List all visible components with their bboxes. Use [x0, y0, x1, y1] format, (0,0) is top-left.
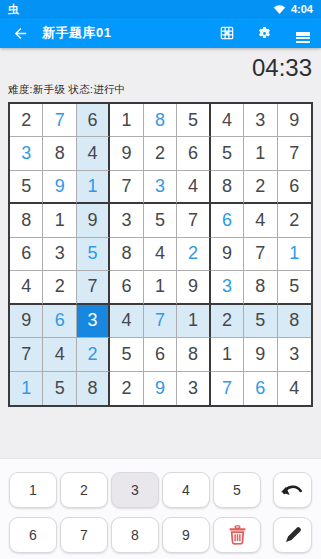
cell-r5c2[interactable]: 3 — [43, 238, 76, 271]
cell-r5c6[interactable]: 2 — [177, 238, 210, 271]
undo-icon — [280, 481, 305, 499]
notification-bug-icon: 虫 — [8, 2, 19, 17]
digit-button-3[interactable]: 3 — [111, 472, 159, 508]
cell-r8c9[interactable]: 3 — [278, 338, 311, 371]
cell-r4c1[interactable]: 8 — [10, 204, 43, 237]
cell-r2c5[interactable]: 2 — [144, 137, 177, 170]
cell-r4c2[interactable]: 1 — [43, 204, 76, 237]
pencil-mode-button[interactable] — [273, 517, 312, 553]
cell-r2c7[interactable]: 5 — [211, 137, 244, 170]
cell-r2c2[interactable]: 8 — [43, 137, 76, 170]
cell-r5c5[interactable]: 4 — [144, 238, 177, 271]
cell-r8c3[interactable]: 2 — [77, 338, 110, 371]
cell-r8c5[interactable]: 6 — [144, 338, 177, 371]
settings-gear-icon[interactable] — [256, 25, 273, 42]
cell-r4c8[interactable]: 4 — [244, 204, 277, 237]
cell-r5c1[interactable]: 6 — [10, 238, 43, 271]
digit-button-2[interactable]: 2 — [60, 472, 108, 508]
cell-r1c8[interactable]: 3 — [244, 104, 277, 137]
cell-r8c8[interactable]: 9 — [244, 338, 277, 371]
cell-r3c6[interactable]: 4 — [177, 171, 210, 204]
cell-r5c8[interactable]: 7 — [244, 238, 277, 271]
cell-r1c3[interactable]: 6 — [77, 104, 110, 137]
cell-r4c9[interactable]: 2 — [278, 204, 311, 237]
cell-r1c9[interactable]: 9 — [278, 104, 311, 137]
board-grid-icon[interactable] — [218, 25, 235, 42]
cell-r8c1[interactable]: 7 — [10, 338, 43, 371]
wifi-icon — [273, 4, 286, 15]
cell-r8c6[interactable]: 8 — [177, 338, 210, 371]
cell-r3c4[interactable]: 7 — [110, 171, 143, 204]
cell-r4c4[interactable]: 3 — [110, 204, 143, 237]
cell-r6c1[interactable]: 4 — [10, 271, 43, 304]
digit-button-5[interactable]: 5 — [213, 472, 261, 508]
cell-r7c6[interactable]: 1 — [177, 305, 210, 338]
cell-r1c6[interactable]: 5 — [177, 104, 210, 137]
cell-r8c7[interactable]: 1 — [211, 338, 244, 371]
cell-r2c9[interactable]: 7 — [278, 137, 311, 170]
sudoku-board: 2761854393849265175917348268193576426358… — [8, 102, 313, 407]
cell-r5c4[interactable]: 8 — [110, 238, 143, 271]
cell-r1c2[interactable]: 7 — [43, 104, 76, 137]
cell-r7c7[interactable]: 2 — [211, 305, 244, 338]
cell-r5c3[interactable]: 5 — [77, 238, 110, 271]
cell-r7c5[interactable]: 7 — [144, 305, 177, 338]
cell-r1c5[interactable]: 8 — [144, 104, 177, 137]
cell-r9c7[interactable]: 7 — [211, 372, 244, 405]
cell-r4c7[interactable]: 6 — [211, 204, 244, 237]
cell-r6c8[interactable]: 8 — [244, 271, 277, 304]
erase-button[interactable] — [213, 517, 261, 553]
menu-icon[interactable] — [294, 25, 311, 42]
cell-r7c4[interactable]: 4 — [110, 305, 143, 338]
cell-r6c9[interactable]: 5 — [278, 271, 311, 304]
cell-r7c8[interactable]: 5 — [244, 305, 277, 338]
cell-r2c4[interactable]: 9 — [110, 137, 143, 170]
cell-r9c8[interactable]: 6 — [244, 372, 277, 405]
cell-r6c4[interactable]: 6 — [110, 271, 143, 304]
cell-r3c5[interactable]: 3 — [144, 171, 177, 204]
cell-r8c2[interactable]: 4 — [43, 338, 76, 371]
digit-button-4[interactable]: 4 — [162, 472, 210, 508]
cell-r3c9[interactable]: 6 — [278, 171, 311, 204]
digit-button-6[interactable]: 6 — [9, 517, 57, 553]
trash-icon — [227, 524, 248, 546]
cell-r9c3[interactable]: 8 — [77, 372, 110, 405]
cell-r2c1[interactable]: 3 — [10, 137, 43, 170]
status-bar: 虫 4:04 — [0, 0, 321, 18]
cell-r4c5[interactable]: 5 — [144, 204, 177, 237]
cell-r9c4[interactable]: 2 — [110, 372, 143, 405]
number-pad-panel: 123456789 — [0, 458, 321, 559]
cell-r5c7[interactable]: 9 — [211, 238, 244, 271]
cell-r4c6[interactable]: 7 — [177, 204, 210, 237]
cell-r7c9[interactable]: 8 — [278, 305, 311, 338]
cell-r2c8[interactable]: 1 — [244, 137, 277, 170]
cell-r1c7[interactable]: 4 — [211, 104, 244, 137]
digit-button-1[interactable]: 1 — [9, 472, 57, 508]
cell-r3c8[interactable]: 2 — [244, 171, 277, 204]
cell-r1c1[interactable]: 2 — [10, 104, 43, 137]
cell-r8c4[interactable]: 5 — [110, 338, 143, 371]
cell-r9c5[interactable]: 9 — [144, 372, 177, 405]
app-bar: 新手题库01 — [0, 18, 321, 48]
cell-r7c2[interactable]: 6 — [43, 305, 76, 338]
cell-r9c1[interactable]: 1 — [10, 372, 43, 405]
cell-r2c3[interactable]: 4 — [77, 137, 110, 170]
cell-r4c3[interactable]: 9 — [77, 204, 110, 237]
cell-r3c1[interactable]: 5 — [10, 171, 43, 204]
cell-r6c7[interactable]: 3 — [211, 271, 244, 304]
cell-r6c2[interactable]: 2 — [43, 271, 76, 304]
cell-r7c3[interactable]: 3 — [77, 305, 110, 338]
cell-r6c5[interactable]: 1 — [144, 271, 177, 304]
sudoku-app-screen: 虫 4:04 新手题库01 — [0, 0, 321, 559]
cell-r3c7[interactable]: 8 — [211, 171, 244, 204]
undo-button[interactable] — [273, 472, 312, 508]
cell-r6c3[interactable]: 7 — [77, 271, 110, 304]
cell-r3c3[interactable]: 1 — [77, 171, 110, 204]
page-title: 新手题库01 — [42, 24, 111, 42]
digit-button-8[interactable]: 8 — [111, 517, 159, 553]
back-icon[interactable] — [10, 23, 30, 43]
cell-r9c6[interactable]: 3 — [177, 372, 210, 405]
cell-r1c4[interactable]: 1 — [110, 104, 143, 137]
game-meta: 难度:新手级 状态:进行中 — [0, 83, 321, 96]
cell-r2c6[interactable]: 6 — [177, 137, 210, 170]
digit-button-9[interactable]: 9 — [162, 517, 210, 553]
cell-r9c9[interactable]: 4 — [278, 372, 311, 405]
digit-button-7[interactable]: 7 — [60, 517, 108, 553]
cell-r6c6[interactable]: 9 — [177, 271, 210, 304]
timer: 04:33 — [0, 55, 321, 81]
cell-r5c9[interactable]: 1 — [278, 238, 311, 271]
pencil-icon — [283, 525, 303, 545]
cell-r3c2[interactable]: 9 — [43, 171, 76, 204]
cell-r9c2[interactable]: 5 — [43, 372, 76, 405]
number-pad: 123456789 — [0, 472, 321, 553]
status-time: 4:04 — [291, 3, 313, 15]
cell-r7c1[interactable]: 9 — [10, 305, 43, 338]
